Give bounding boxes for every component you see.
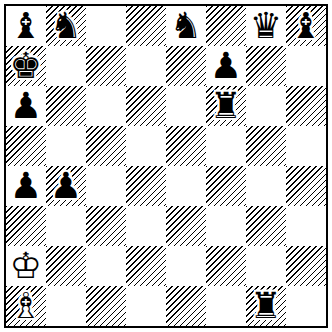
square-c7[interactable] (86, 46, 126, 86)
square-h6[interactable] (286, 86, 326, 126)
square-h8[interactable]: ♝ (286, 6, 326, 46)
square-a5[interactable] (6, 126, 46, 166)
square-g5[interactable] (246, 126, 286, 166)
black-pawn-a6[interactable]: ♟ (6, 86, 46, 126)
black-pawn-glyph: ♟ (6, 86, 46, 126)
square-h4[interactable] (286, 166, 326, 206)
square-b4[interactable]: ♟ (46, 166, 86, 206)
square-c2[interactable] (86, 246, 126, 286)
black-knight-glyph: ♞ (166, 6, 206, 46)
white-king-outline: ♔ (6, 246, 46, 286)
black-bishop-a8[interactable]: ♝ (6, 6, 46, 46)
square-f8[interactable] (206, 6, 246, 46)
black-pawn-glyph: ♟ (6, 166, 46, 206)
white-king-a2[interactable]: ♚♔ (6, 246, 46, 286)
square-a3[interactable] (6, 206, 46, 246)
black-king-glyph: ♚ (6, 46, 46, 86)
square-d6[interactable] (126, 86, 166, 126)
square-f4[interactable] (206, 166, 246, 206)
square-g1[interactable]: ♜ (246, 286, 286, 326)
black-rook-f6[interactable]: ♜ (206, 86, 246, 126)
square-a7[interactable]: ♚ (6, 46, 46, 86)
square-e7[interactable] (166, 46, 206, 86)
square-e5[interactable] (166, 126, 206, 166)
square-f2[interactable] (206, 246, 246, 286)
square-c1[interactable] (86, 286, 126, 326)
square-c3[interactable] (86, 206, 126, 246)
square-c8[interactable] (86, 6, 126, 46)
square-d7[interactable] (126, 46, 166, 86)
black-rook-glyph: ♜ (246, 286, 286, 326)
black-knight-b8[interactable]: ♞ (46, 6, 86, 46)
square-a4[interactable]: ♟ (6, 166, 46, 206)
square-a6[interactable]: ♟ (6, 86, 46, 126)
black-pawn-glyph: ♟ (46, 166, 86, 206)
black-queen-glyph: ♛ (246, 6, 286, 46)
square-d5[interactable] (126, 126, 166, 166)
square-d4[interactable] (126, 166, 166, 206)
square-g2[interactable] (246, 246, 286, 286)
square-h5[interactable] (286, 126, 326, 166)
square-d3[interactable] (126, 206, 166, 246)
black-pawn-b4[interactable]: ♟ (46, 166, 86, 206)
black-bishop-glyph: ♝ (6, 6, 46, 46)
chess-board: ♝♞♞♛♝♚♟♟♜♟♟♚♔♝♗♜ (6, 6, 326, 326)
square-e2[interactable] (166, 246, 206, 286)
square-d1[interactable] (126, 286, 166, 326)
square-h2[interactable] (286, 246, 326, 286)
square-b1[interactable] (46, 286, 86, 326)
black-rook-g1[interactable]: ♜ (246, 286, 286, 326)
square-c6[interactable] (86, 86, 126, 126)
square-c5[interactable] (86, 126, 126, 166)
square-b6[interactable] (46, 86, 86, 126)
black-pawn-glyph: ♟ (206, 46, 246, 86)
black-pawn-f7[interactable]: ♟ (206, 46, 246, 86)
square-d2[interactable] (126, 246, 166, 286)
white-bishop-a1[interactable]: ♝♗ (6, 286, 46, 326)
square-e6[interactable] (166, 86, 206, 126)
black-queen-g8[interactable]: ♛ (246, 6, 286, 46)
black-bishop-h8[interactable]: ♝ (286, 6, 326, 46)
black-rook-glyph: ♜ (206, 86, 246, 126)
square-b7[interactable] (46, 46, 86, 86)
square-h7[interactable] (286, 46, 326, 86)
black-pawn-a4[interactable]: ♟ (6, 166, 46, 206)
chess-board-frame: ♝♞♞♛♝♚♟♟♜♟♟♚♔♝♗♜ (4, 4, 328, 328)
square-h1[interactable] (286, 286, 326, 326)
square-c4[interactable] (86, 166, 126, 206)
square-b3[interactable] (46, 206, 86, 246)
square-f5[interactable] (206, 126, 246, 166)
black-bishop-glyph: ♝ (286, 6, 326, 46)
square-h3[interactable] (286, 206, 326, 246)
square-f3[interactable] (206, 206, 246, 246)
white-bishop-outline: ♗ (6, 286, 46, 326)
square-e4[interactable] (166, 166, 206, 206)
square-b2[interactable] (46, 246, 86, 286)
square-e1[interactable] (166, 286, 206, 326)
square-g7[interactable] (246, 46, 286, 86)
square-b5[interactable] (46, 126, 86, 166)
square-g8[interactable]: ♛ (246, 6, 286, 46)
square-d8[interactable] (126, 6, 166, 46)
square-f1[interactable] (206, 286, 246, 326)
square-e3[interactable] (166, 206, 206, 246)
square-a8[interactable]: ♝ (6, 6, 46, 46)
square-g3[interactable] (246, 206, 286, 246)
black-king-a7[interactable]: ♚ (6, 46, 46, 86)
square-e8[interactable]: ♞ (166, 6, 206, 46)
square-g4[interactable] (246, 166, 286, 206)
square-a1[interactable]: ♝♗ (6, 286, 46, 326)
black-knight-e8[interactable]: ♞ (166, 6, 206, 46)
square-a2[interactable]: ♚♔ (6, 246, 46, 286)
black-knight-glyph: ♞ (46, 6, 86, 46)
square-g6[interactable] (246, 86, 286, 126)
square-f6[interactable]: ♜ (206, 86, 246, 126)
square-b8[interactable]: ♞ (46, 6, 86, 46)
square-f7[interactable]: ♟ (206, 46, 246, 86)
